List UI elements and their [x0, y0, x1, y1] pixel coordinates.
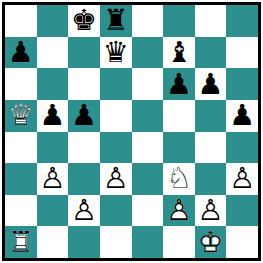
- square-c4[interactable]: [68, 132, 100, 164]
- square-e3[interactable]: [132, 163, 164, 195]
- square-g8[interactable]: [195, 5, 227, 37]
- square-b8[interactable]: [37, 5, 69, 37]
- white-rook: ♜♖: [5, 226, 37, 258]
- square-g3[interactable]: [195, 163, 227, 195]
- square-b5[interactable]: ♟: [37, 100, 69, 132]
- square-c1[interactable]: [68, 226, 100, 258]
- square-a7[interactable]: ♟: [5, 37, 37, 69]
- square-g4[interactable]: [195, 132, 227, 164]
- square-g1[interactable]: ♚♔: [195, 226, 227, 258]
- square-f1[interactable]: [163, 226, 195, 258]
- square-h1[interactable]: [226, 226, 258, 258]
- white-pawn: ♟♙: [195, 195, 227, 227]
- black-pawn: ♟: [37, 100, 69, 132]
- square-h5[interactable]: ♟: [226, 100, 258, 132]
- black-pawn: ♟: [195, 68, 227, 100]
- square-f7[interactable]: ♝: [163, 37, 195, 69]
- square-c7[interactable]: [68, 37, 100, 69]
- square-g2[interactable]: ♟♙: [195, 195, 227, 227]
- white-pawn: ♟♙: [100, 163, 132, 195]
- square-h8[interactable]: [226, 5, 258, 37]
- white-knight: ♞♘: [163, 163, 195, 195]
- square-d5[interactable]: [100, 100, 132, 132]
- square-f8[interactable]: [163, 5, 195, 37]
- black-pawn: ♟: [5, 37, 37, 69]
- square-a5[interactable]: ♛♕: [5, 100, 37, 132]
- white-pawn: ♟♙: [226, 163, 258, 195]
- white-pawn: ♟♙: [68, 195, 100, 227]
- square-a1[interactable]: ♜♖: [5, 226, 37, 258]
- square-f3[interactable]: ♞♘: [163, 163, 195, 195]
- square-g7[interactable]: [195, 37, 227, 69]
- square-h3[interactable]: ♟♙: [226, 163, 258, 195]
- black-queen: ♛: [100, 37, 132, 69]
- square-a3[interactable]: [5, 163, 37, 195]
- square-h4[interactable]: [226, 132, 258, 164]
- square-d4[interactable]: [100, 132, 132, 164]
- square-e6[interactable]: [132, 68, 164, 100]
- square-h7[interactable]: [226, 37, 258, 69]
- square-d6[interactable]: [100, 68, 132, 100]
- white-pawn: ♟♙: [37, 163, 69, 195]
- square-f2[interactable]: ♟♙: [163, 195, 195, 227]
- square-b6[interactable]: [37, 68, 69, 100]
- black-rook: ♜: [100, 5, 132, 37]
- square-e8[interactable]: [132, 5, 164, 37]
- square-h6[interactable]: [226, 68, 258, 100]
- square-f4[interactable]: [163, 132, 195, 164]
- square-e1[interactable]: [132, 226, 164, 258]
- board-frame: ♚♜♟♛♝♟♟♛♕♟♟♟♟♙♟♙♞♘♟♙♟♙♟♙♟♙♜♖♚♔: [2, 2, 261, 261]
- square-a8[interactable]: [5, 5, 37, 37]
- square-c5[interactable]: ♟: [68, 100, 100, 132]
- square-e4[interactable]: [132, 132, 164, 164]
- white-king: ♚♔: [195, 226, 227, 258]
- black-king: ♚: [68, 5, 100, 37]
- square-a6[interactable]: [5, 68, 37, 100]
- square-a4[interactable]: [5, 132, 37, 164]
- square-c8[interactable]: ♚: [68, 5, 100, 37]
- square-g6[interactable]: ♟: [195, 68, 227, 100]
- white-queen: ♛♕: [5, 100, 37, 132]
- square-d7[interactable]: ♛: [100, 37, 132, 69]
- square-d8[interactable]: ♜: [100, 5, 132, 37]
- square-a2[interactable]: [5, 195, 37, 227]
- black-bishop: ♝: [163, 37, 195, 69]
- square-e2[interactable]: [132, 195, 164, 227]
- square-g5[interactable]: [195, 100, 227, 132]
- square-c6[interactable]: [68, 68, 100, 100]
- square-d3[interactable]: ♟♙: [100, 163, 132, 195]
- black-pawn: ♟: [163, 68, 195, 100]
- square-d1[interactable]: [100, 226, 132, 258]
- square-b1[interactable]: [37, 226, 69, 258]
- square-b7[interactable]: [37, 37, 69, 69]
- chess-board: ♚♜♟♛♝♟♟♛♕♟♟♟♟♙♟♙♞♘♟♙♟♙♟♙♟♙♜♖♚♔: [5, 5, 258, 258]
- square-h2[interactable]: [226, 195, 258, 227]
- square-f5[interactable]: [163, 100, 195, 132]
- square-f6[interactable]: ♟: [163, 68, 195, 100]
- square-b2[interactable]: [37, 195, 69, 227]
- white-pawn: ♟♙: [163, 195, 195, 227]
- black-pawn: ♟: [226, 100, 258, 132]
- square-e5[interactable]: [132, 100, 164, 132]
- square-c3[interactable]: [68, 163, 100, 195]
- square-d2[interactable]: [100, 195, 132, 227]
- chess-diagram: ♚♜♟♛♝♟♟♛♕♟♟♟♟♙♟♙♞♘♟♙♟♙♟♙♟♙♜♖♚♔: [0, 0, 263, 263]
- square-b3[interactable]: ♟♙: [37, 163, 69, 195]
- square-b4[interactable]: [37, 132, 69, 164]
- square-e7[interactable]: [132, 37, 164, 69]
- square-c2[interactable]: ♟♙: [68, 195, 100, 227]
- black-pawn: ♟: [68, 100, 100, 132]
